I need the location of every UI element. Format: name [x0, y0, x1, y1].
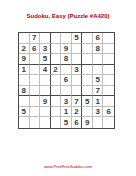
sudoku-cell-r1c2: 7	[30, 33, 41, 44]
sudoku-cell-r7c9	[103, 96, 114, 107]
sudoku-cell-r8c9: 6	[103, 107, 114, 118]
sudoku-cell-r2c4	[51, 44, 62, 55]
footer-url: www.PrintFreeSudoku.com	[0, 164, 136, 169]
sudoku-cell-r2c3: 3	[40, 44, 51, 55]
sudoku-cell-r9c3	[40, 117, 51, 128]
sudoku-cell-r6c8: 7	[93, 86, 104, 97]
sudoku-cell-r8c1: 5	[19, 107, 30, 118]
sudoku-cell-r5c3	[40, 75, 51, 86]
sudoku-cell-r1c5	[61, 33, 72, 44]
sudoku-cell-r1c1	[19, 33, 30, 44]
sudoku-cell-r7c5: 3	[61, 96, 72, 107]
sudoku-cell-r8c2	[30, 107, 41, 118]
sudoku-cell-r9c8	[93, 117, 104, 128]
sudoku-cell-r4c4: 2	[51, 65, 62, 76]
sudoku-cell-r1c8: 6	[93, 33, 104, 44]
sudoku-cell-r3c7	[82, 54, 93, 65]
sudoku-cell-r4c5	[61, 65, 72, 76]
sudoku-cell-r5c7	[82, 75, 93, 86]
sudoku-cell-r9c2	[30, 117, 41, 128]
sudoku-cell-r9c7: 9	[82, 117, 93, 128]
sudoku-cell-r2c2: 6	[30, 44, 41, 55]
page-title: Sudoku, Easy (Puzzle #A420)	[0, 13, 136, 19]
sudoku-cell-r9c5: 5	[61, 117, 72, 128]
sudoku-cell-r1c6: 5	[72, 33, 83, 44]
sudoku-cell-r7c6: 7	[72, 96, 83, 107]
sudoku-board: 75626398958142365879375151236569	[18, 32, 115, 129]
sudoku-cell-r2c6	[72, 44, 83, 55]
sudoku-cell-r5c8: 5	[93, 75, 104, 86]
sudoku-cell-r5c4	[51, 75, 62, 86]
sudoku-cell-r3c1: 9	[19, 54, 30, 65]
sudoku-cell-r8c4	[51, 107, 62, 118]
sudoku-cell-r5c1	[19, 75, 30, 86]
sudoku-cell-r1c9	[103, 33, 114, 44]
sudoku-cell-r4c3: 4	[40, 65, 51, 76]
sudoku-cell-r3c4	[51, 54, 62, 65]
sudoku-cell-r1c4	[51, 33, 62, 44]
sudoku-cell-r6c2	[30, 86, 41, 97]
sudoku-cell-r8c8: 3	[93, 107, 104, 118]
sudoku-cell-r1c7	[82, 33, 93, 44]
sudoku-cell-r1c3	[40, 33, 51, 44]
sudoku-cell-r3c5: 8	[61, 54, 72, 65]
sudoku-cell-r6c9	[103, 86, 114, 97]
sudoku-cell-r2c5: 9	[61, 44, 72, 55]
sudoku-cell-r6c4	[51, 86, 62, 97]
sudoku-cell-r9c6: 6	[72, 117, 83, 128]
sudoku-cell-r4c1: 1	[19, 65, 30, 76]
sudoku-cell-r3c9	[103, 54, 114, 65]
sudoku-cell-r4c2	[30, 65, 41, 76]
sudoku-cell-r6c6	[72, 86, 83, 97]
sudoku-cell-r2c7	[82, 44, 93, 55]
sudoku-cell-r4c9	[103, 65, 114, 76]
sudoku-cell-r2c8: 8	[93, 44, 104, 55]
sudoku-cell-r4c7	[82, 65, 93, 76]
sudoku-cell-r4c8	[93, 65, 104, 76]
sudoku-cell-r8c7	[82, 107, 93, 118]
sudoku-cell-r4c6: 3	[72, 65, 83, 76]
sudoku-cell-r7c7: 5	[82, 96, 93, 107]
sudoku-cell-r7c3: 9	[40, 96, 51, 107]
sudoku-cell-r5c5: 6	[61, 75, 72, 86]
sudoku-cell-r2c1: 2	[19, 44, 30, 55]
sudoku-cell-r7c8: 1	[93, 96, 104, 107]
sudoku-cell-r9c1	[19, 117, 30, 128]
sudoku-cell-r3c3: 5	[40, 54, 51, 65]
sudoku-cell-r8c6: 2	[72, 107, 83, 118]
sudoku-cell-r5c2	[30, 75, 41, 86]
sudoku-cell-r6c3	[40, 86, 51, 97]
sudoku-cell-r7c4	[51, 96, 62, 107]
sudoku-cell-r8c5: 1	[61, 107, 72, 118]
sudoku-cell-r5c6	[72, 75, 83, 86]
sudoku-cell-r9c9	[103, 117, 114, 128]
sudoku-cell-r7c1	[19, 96, 30, 107]
sudoku-cell-r9c4	[51, 117, 62, 128]
sudoku-cell-r8c3	[40, 107, 51, 118]
sudoku-cell-r5c9	[103, 75, 114, 86]
sudoku-cell-r3c2	[30, 54, 41, 65]
sudoku-cell-r3c6	[72, 54, 83, 65]
sudoku-cell-r7c2	[30, 96, 41, 107]
sudoku-cell-r6c5	[61, 86, 72, 97]
sudoku-cell-r2c9	[103, 44, 114, 55]
sudoku-cell-r3c8	[93, 54, 104, 65]
sudoku-cell-r6c7	[82, 86, 93, 97]
sudoku-cell-r6c1: 8	[19, 86, 30, 97]
